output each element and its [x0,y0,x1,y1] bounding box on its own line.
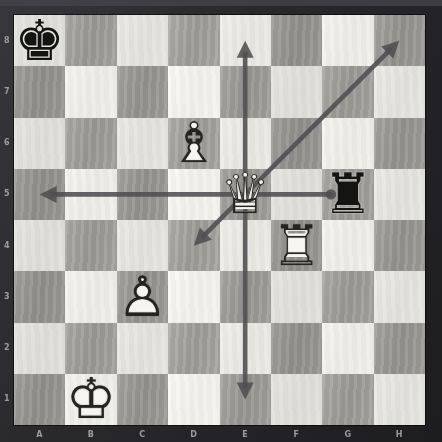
square-b3[interactable] [65,271,116,322]
file-label-B: B [65,428,116,442]
square-a4[interactable] [14,220,65,271]
square-a7[interactable] [14,66,65,117]
square-a1[interactable] [14,374,65,425]
rank-label-4: 4 [0,241,14,250]
file-label-D: D [168,428,219,442]
square-g5[interactable] [322,169,373,220]
square-g4[interactable] [322,220,373,271]
square-e6[interactable] [220,118,271,169]
square-d2[interactable] [168,323,219,374]
square-g1[interactable] [322,374,373,425]
rank-label-3: 3 [0,292,14,301]
file-label-C: C [117,428,168,442]
file-label-A: A [14,428,65,442]
square-g3[interactable] [322,271,373,322]
square-h2[interactable] [374,323,425,374]
square-d8[interactable] [168,15,219,66]
rank-label-5: 5 [0,189,14,198]
rank-label-8: 8 [0,36,14,45]
square-f7[interactable] [271,66,322,117]
file-label-F: F [271,428,322,442]
file-label-E: E [220,428,271,442]
square-b2[interactable] [65,323,116,374]
rank-label-2: 2 [0,343,14,352]
square-a8[interactable] [14,15,65,66]
square-b6[interactable] [65,118,116,169]
file-label-G: G [322,428,373,442]
square-d3[interactable] [168,271,219,322]
square-c7[interactable] [117,66,168,117]
square-e5[interactable] [220,169,271,220]
square-c3[interactable] [117,271,168,322]
square-g7[interactable] [322,66,373,117]
square-c1[interactable] [117,374,168,425]
square-e2[interactable] [220,323,271,374]
square-h5[interactable] [374,169,425,220]
square-b4[interactable] [65,220,116,271]
square-b8[interactable] [65,15,116,66]
square-h1[interactable] [374,374,425,425]
square-a3[interactable] [14,271,65,322]
rank-label-7: 7 [0,87,14,96]
square-f3[interactable] [271,271,322,322]
square-c6[interactable] [117,118,168,169]
square-e3[interactable] [220,271,271,322]
chess-diagram: ♚♝♗♛♕♜♜♖♟♙♚♔ 87654321ABCDEFGH [0,0,442,442]
square-c4[interactable] [117,220,168,271]
square-d1[interactable] [168,374,219,425]
square-a6[interactable] [14,118,65,169]
square-h8[interactable] [374,15,425,66]
square-f1[interactable] [271,374,322,425]
square-a5[interactable] [14,169,65,220]
chess-board[interactable] [14,15,425,425]
square-c5[interactable] [117,169,168,220]
square-f5[interactable] [271,169,322,220]
square-e4[interactable] [220,220,271,271]
square-c2[interactable] [117,323,168,374]
square-g6[interactable] [322,118,373,169]
square-h3[interactable] [374,271,425,322]
file-label-H: H [374,428,425,442]
square-g8[interactable] [322,15,373,66]
square-f8[interactable] [271,15,322,66]
square-f4[interactable] [271,220,322,271]
square-f2[interactable] [271,323,322,374]
square-b5[interactable] [65,169,116,220]
square-h4[interactable] [374,220,425,271]
square-e1[interactable] [220,374,271,425]
square-a2[interactable] [14,323,65,374]
rank-label-6: 6 [0,138,14,147]
square-b1[interactable] [65,374,116,425]
square-b7[interactable] [65,66,116,117]
square-c8[interactable] [117,15,168,66]
rank-label-1: 1 [0,394,14,403]
square-g2[interactable] [322,323,373,374]
square-e8[interactable] [220,15,271,66]
square-d4[interactable] [168,220,219,271]
square-h6[interactable] [374,118,425,169]
square-f6[interactable] [271,118,322,169]
square-d6[interactable] [168,118,219,169]
square-h7[interactable] [374,66,425,117]
square-d7[interactable] [168,66,219,117]
square-e7[interactable] [220,66,271,117]
square-d5[interactable] [168,169,219,220]
